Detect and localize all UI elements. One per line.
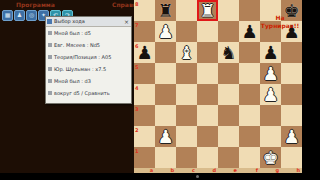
square-g1[interactable]: ♚ <box>260 147 281 168</box>
square-d6[interactable] <box>197 42 218 63</box>
square-c1[interactable] <box>176 147 197 168</box>
square-h2[interactable]: ♟ <box>281 126 302 147</box>
piece-white-pawn-b7[interactable]: ♟ <box>155 21 176 42</box>
popup-row-text: Евг. Мясеев : Nd5 <box>54 42 100 48</box>
square-e2[interactable] <box>218 126 239 147</box>
square-h4[interactable] <box>281 84 302 105</box>
square-g6[interactable]: ♟ <box>260 42 281 63</box>
row-bullet-icon <box>48 67 52 71</box>
square-d1[interactable] <box>197 147 218 168</box>
rank-label-8: 8 <box>135 1 140 7</box>
square-c6[interactable]: ♝ <box>176 42 197 63</box>
pieces-icon[interactable]: ♟ <box>14 10 25 21</box>
square-b5[interactable] <box>155 63 176 84</box>
rank-label-1: 1 <box>135 148 140 154</box>
square-g4[interactable]: ♟ <box>260 84 281 105</box>
square-f4[interactable] <box>239 84 260 105</box>
square-b1[interactable] <box>155 147 176 168</box>
square-d7[interactable] <box>197 21 218 42</box>
popup-row-text: вокруг d5 / Сравнить <box>54 90 110 96</box>
square-e7[interactable] <box>218 21 239 42</box>
piece-white-king-g1[interactable]: ♚ <box>260 147 281 168</box>
square-e8[interactable] <box>218 0 239 21</box>
popup-row-text: Юр. Шульман : х7.5 <box>54 66 106 72</box>
menu-item-0[interactable]: Программа <box>16 1 55 8</box>
popup-window-icon <box>47 19 52 24</box>
piece-black-rook-b8[interactable]: ♜ <box>155 0 176 21</box>
square-f2[interactable] <box>239 126 260 147</box>
row-bullet-icon <box>48 55 52 59</box>
square-h6[interactable] <box>281 42 302 63</box>
popup-row-4[interactable]: Мной был : d3 <box>48 78 128 89</box>
square-h1[interactable] <box>281 147 302 168</box>
board-overlay-message: На Турнирах!! <box>250 14 310 30</box>
square-e6[interactable]: ♞ <box>218 42 239 63</box>
piece-black-knight-e6[interactable]: ♞ <box>218 42 239 63</box>
rank-label-4: 4 <box>135 85 140 91</box>
popup-title-text: Выбор хода <box>54 18 85 24</box>
piece-white-pawn-g5[interactable]: ♟ <box>260 63 281 84</box>
piece-white-rook-d8[interactable]: ♜ <box>197 0 218 21</box>
square-h5[interactable] <box>281 63 302 84</box>
square-g3[interactable] <box>260 105 281 126</box>
popup-row-text: Мной был : d3 <box>54 78 91 84</box>
overlay-line2: Турнирах!! <box>250 22 310 30</box>
square-c5[interactable] <box>176 63 197 84</box>
square-h3[interactable] <box>281 105 302 126</box>
piece-white-bishop-c6[interactable]: ♝ <box>176 42 197 63</box>
square-c3[interactable] <box>176 105 197 126</box>
square-b6[interactable] <box>155 42 176 63</box>
piece-white-pawn-g4[interactable]: ♟ <box>260 84 281 105</box>
board-icon[interactable]: ▦ <box>2 10 13 21</box>
rank-label-6: 6 <box>135 43 140 49</box>
row-bullet-icon <box>48 31 52 35</box>
app-window: ПрограммаСправка ▦♟◎✦↶↷ Выбор хода × Мно… <box>0 0 320 180</box>
popup-row-3[interactable]: Юр. Шульман : х7.5 <box>48 66 128 77</box>
piece-black-pawn-g6[interactable]: ♟ <box>260 42 281 63</box>
square-b4[interactable] <box>155 84 176 105</box>
popup-row-text: Мной был : d5 <box>54 30 91 36</box>
square-d2[interactable] <box>197 126 218 147</box>
rank-label-2: 2 <box>135 127 140 133</box>
square-d4[interactable] <box>197 84 218 105</box>
left-panel: ПрограммаСправка ▦♟◎✦↶↷ Выбор хода × Мно… <box>0 0 134 173</box>
square-f3[interactable] <box>239 105 260 126</box>
rank-label-7: 7 <box>135 22 140 28</box>
square-b8[interactable]: ♜ <box>155 0 176 21</box>
square-c7[interactable] <box>176 21 197 42</box>
square-f6[interactable] <box>239 42 260 63</box>
square-b7[interactable]: ♟ <box>155 21 176 42</box>
nav-dot-icon[interactable] <box>196 175 199 178</box>
move-list-popup: Выбор хода × Мной был : d5Евг. Мясеев : … <box>45 16 132 104</box>
square-c8[interactable] <box>176 0 197 21</box>
piece-white-pawn-b2[interactable]: ♟ <box>155 126 176 147</box>
system-bottom-bar <box>0 173 320 180</box>
square-g2[interactable] <box>260 126 281 147</box>
popup-title-bar[interactable]: Выбор хода × <box>46 17 131 27</box>
square-g5[interactable]: ♟ <box>260 63 281 84</box>
square-c4[interactable] <box>176 84 197 105</box>
square-b3[interactable] <box>155 105 176 126</box>
popup-row-1[interactable]: Евг. Мясеев : Nd5 <box>48 42 128 53</box>
close-icon[interactable]: × <box>123 18 130 25</box>
popup-row-2[interactable]: Теория/Позиция : А05 <box>48 54 128 65</box>
square-e3[interactable] <box>218 105 239 126</box>
square-f1[interactable] <box>239 147 260 168</box>
square-c2[interactable] <box>176 126 197 147</box>
row-bullet-icon <box>48 91 52 95</box>
square-e4[interactable] <box>218 84 239 105</box>
row-bullet-icon <box>48 43 52 47</box>
square-e1[interactable] <box>218 147 239 168</box>
square-e5[interactable] <box>218 63 239 84</box>
square-d8[interactable]: ♜ <box>197 0 218 21</box>
piece-white-pawn-h2[interactable]: ♟ <box>281 126 302 147</box>
square-d3[interactable] <box>197 105 218 126</box>
popup-row-5[interactable]: вокруг d5 / Сравнить <box>48 90 128 101</box>
menu-bar: ПрограммаСправка <box>0 0 134 9</box>
overlay-line1: На <box>250 14 310 22</box>
popup-row-text: Теория/Позиция : А05 <box>54 54 111 60</box>
rank-label-3: 3 <box>135 106 140 112</box>
rank-label-5: 5 <box>135 64 140 70</box>
row-bullet-icon <box>48 79 52 83</box>
square-b2[interactable]: ♟ <box>155 126 176 147</box>
square-d5[interactable] <box>197 63 218 84</box>
square-f5[interactable] <box>239 63 260 84</box>
globe-icon[interactable]: ◎ <box>26 10 37 21</box>
popup-row-0[interactable]: Мной был : d5 <box>48 30 128 41</box>
